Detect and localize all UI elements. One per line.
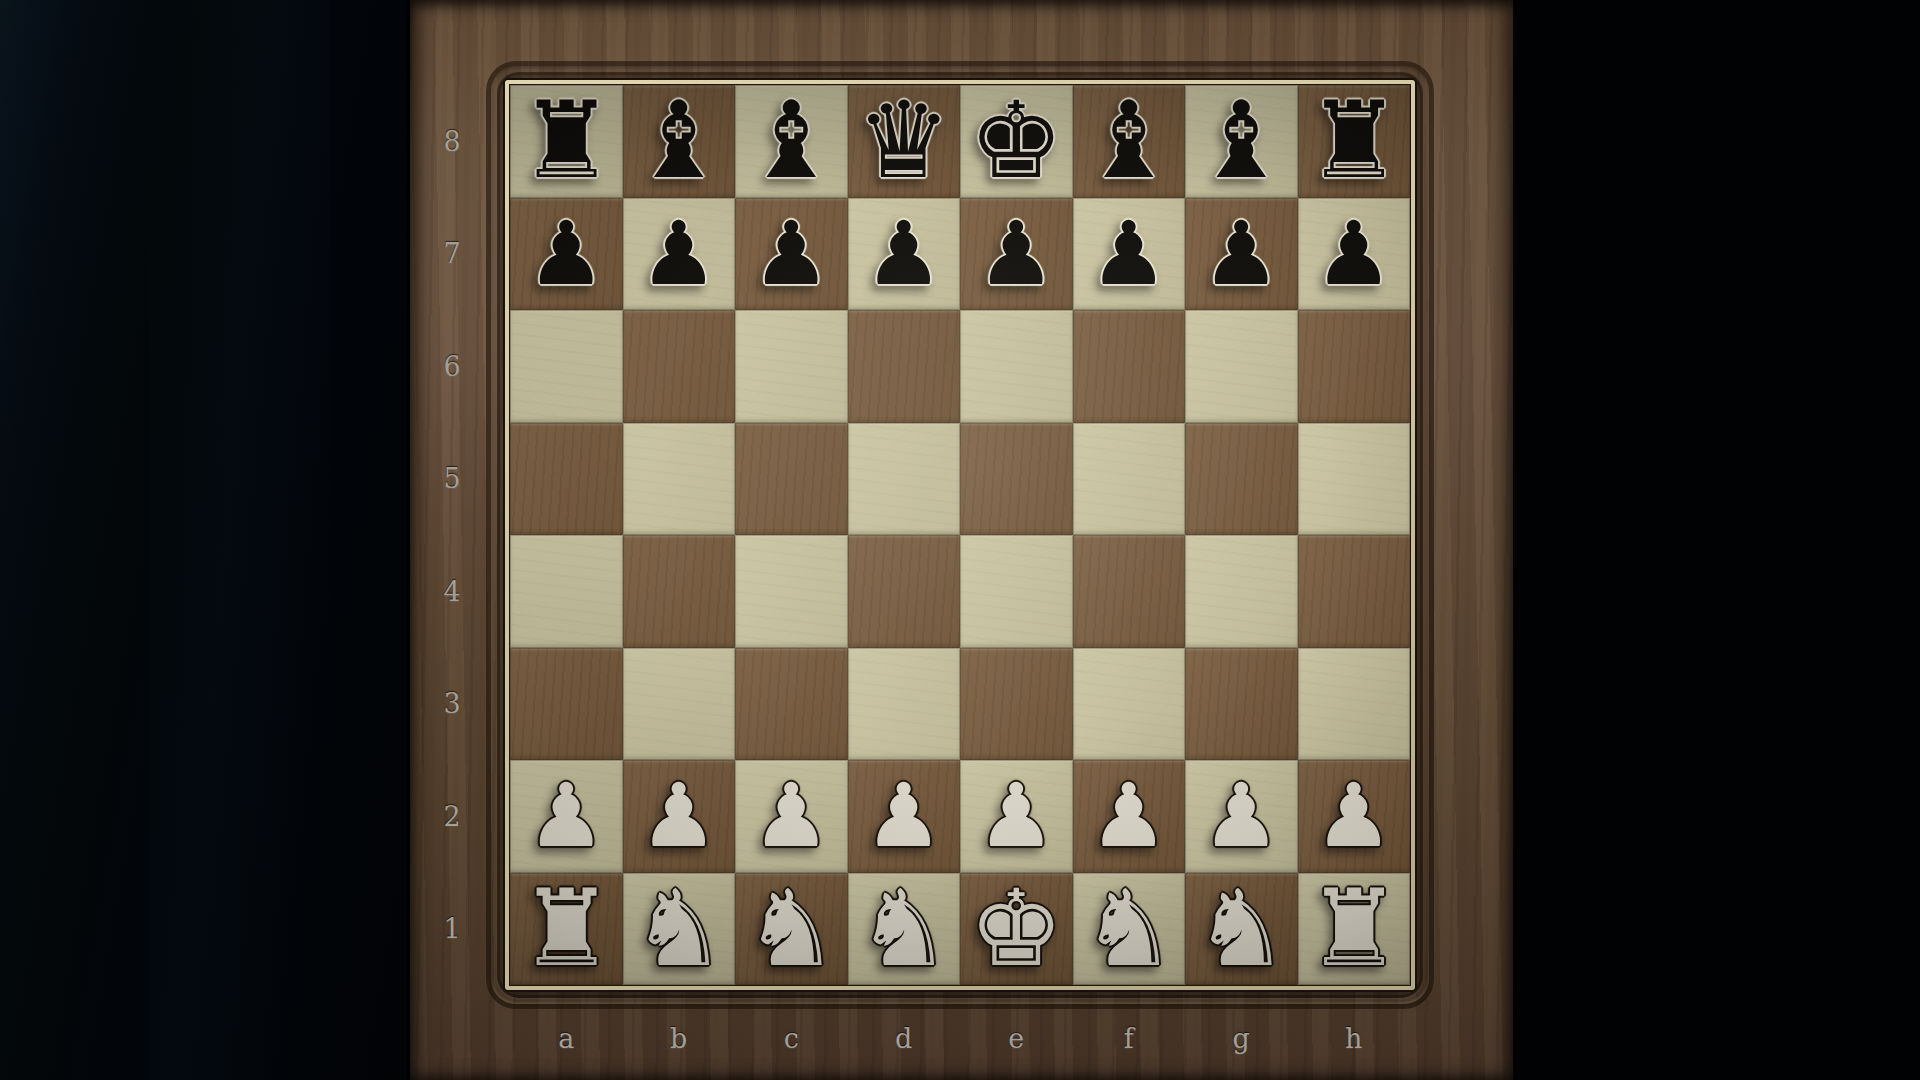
piece-white-pawn[interactable]: ♟ [977,772,1056,860]
piece-black-king[interactable]: ♚ [969,88,1064,194]
rank-label-4: 4 [424,535,480,648]
piece-black-pawn[interactable]: ♟ [977,210,1056,298]
piece-black-queen[interactable]: ♛ [856,88,951,194]
square-h6[interactable] [1298,310,1411,423]
square-g5[interactable] [1185,423,1298,536]
piece-black-pawn[interactable]: ♟ [864,210,943,298]
square-c7[interactable]: ♟ [735,198,848,311]
square-b6[interactable] [623,310,736,423]
square-e4[interactable] [960,535,1073,648]
piece-black-pawn[interactable]: ♟ [1089,210,1168,298]
square-g4[interactable] [1185,535,1298,648]
square-e5[interactable] [960,423,1073,536]
screen: ♜♝♝♛♚♝♝♜♟♟♟♟♟♟♟♟♟♟♟♟♟♟♟♟♜♞♞♞♚♞♞♜ 8765432… [0,0,1920,1080]
frame-right-seam [1513,0,1516,1080]
piece-black-pawn[interactable]: ♟ [527,210,606,298]
square-d6[interactable] [848,310,961,423]
square-f6[interactable] [1073,310,1186,423]
piece-black-bishop[interactable]: ♝ [631,88,726,194]
square-c5[interactable] [735,423,848,536]
piece-white-knight[interactable]: ♞ [1194,876,1289,982]
rank-label-5: 5 [424,423,480,536]
rank-label-8: 8 [424,85,480,198]
square-e1[interactable]: ♚ [960,873,1073,986]
square-f3[interactable] [1073,648,1186,761]
square-e2[interactable]: ♟ [960,760,1073,873]
square-b2[interactable]: ♟ [623,760,736,873]
piece-black-bishop[interactable]: ♝ [1081,88,1176,194]
square-b8[interactable]: ♝ [623,85,736,198]
square-g3[interactable] [1185,648,1298,761]
file-label-g: g [1185,1006,1298,1070]
file-label-d: d [848,1006,961,1070]
square-h8[interactable]: ♜ [1298,85,1411,198]
piece-white-knight[interactable]: ♞ [856,876,951,982]
square-c4[interactable] [735,535,848,648]
square-a1[interactable]: ♜ [510,873,623,986]
square-h2[interactable]: ♟ [1298,760,1411,873]
square-f1[interactable]: ♞ [1073,873,1186,986]
rank-label-7: 7 [424,198,480,311]
square-d8[interactable]: ♛ [848,85,961,198]
rank-label-3: 3 [424,648,480,761]
square-h5[interactable] [1298,423,1411,536]
piece-white-knight[interactable]: ♞ [631,876,726,982]
rank-label-6: 6 [424,310,480,423]
square-a7[interactable]: ♟ [510,198,623,311]
square-f8[interactable]: ♝ [1073,85,1186,198]
piece-white-pawn[interactable]: ♟ [1089,772,1168,860]
square-d1[interactable]: ♞ [848,873,961,986]
file-label-c: c [735,1006,848,1070]
square-f5[interactable] [1073,423,1186,536]
square-b7[interactable]: ♟ [623,198,736,311]
rank-label-2: 2 [424,760,480,873]
square-h1[interactable]: ♜ [1298,873,1411,986]
frame-left-seam [407,0,410,1080]
square-f4[interactable] [1073,535,1186,648]
square-a2[interactable]: ♟ [510,760,623,873]
square-c1[interactable]: ♞ [735,873,848,986]
file-label-f: f [1073,1006,1186,1070]
square-g1[interactable]: ♞ [1185,873,1298,986]
piece-black-bishop[interactable]: ♝ [744,88,839,194]
square-b4[interactable] [623,535,736,648]
square-c8[interactable]: ♝ [735,85,848,198]
piece-white-pawn[interactable]: ♟ [527,772,606,860]
piece-white-pawn[interactable]: ♟ [639,772,718,860]
square-d2[interactable]: ♟ [848,760,961,873]
square-c6[interactable] [735,310,848,423]
square-h4[interactable] [1298,535,1411,648]
piece-white-knight[interactable]: ♞ [1081,876,1176,982]
square-d3[interactable] [848,648,961,761]
piece-white-pawn[interactable]: ♟ [1314,772,1393,860]
file-label-e: e [960,1006,1073,1070]
piece-black-bishop[interactable]: ♝ [1194,88,1289,194]
square-a8[interactable]: ♜ [510,85,623,198]
piece-black-pawn[interactable]: ♟ [639,210,718,298]
square-e6[interactable] [960,310,1073,423]
piece-white-knight[interactable]: ♞ [744,876,839,982]
piece-black-pawn[interactable]: ♟ [1314,210,1393,298]
square-h7[interactable]: ♟ [1298,198,1411,311]
square-g2[interactable]: ♟ [1185,760,1298,873]
piece-white-pawn[interactable]: ♟ [752,772,831,860]
square-g7[interactable]: ♟ [1185,198,1298,311]
piece-black-rook[interactable]: ♜ [1306,88,1401,194]
piece-black-pawn[interactable]: ♟ [752,210,831,298]
square-e8[interactable]: ♚ [960,85,1073,198]
square-d5[interactable] [848,423,961,536]
square-f2[interactable]: ♟ [1073,760,1186,873]
piece-white-pawn[interactable]: ♟ [864,772,943,860]
square-b3[interactable] [623,648,736,761]
square-e7[interactable]: ♟ [960,198,1073,311]
piece-black-pawn[interactable]: ♟ [1202,210,1281,298]
square-a5[interactable] [510,423,623,536]
background-right [1515,0,1920,1080]
background-left [0,0,410,1080]
square-d7[interactable]: ♟ [848,198,961,311]
piece-white-king[interactable]: ♚ [969,876,1064,982]
piece-white-rook[interactable]: ♜ [1306,876,1401,982]
square-b1[interactable]: ♞ [623,873,736,986]
square-f7[interactable]: ♟ [1073,198,1186,311]
piece-white-rook[interactable]: ♜ [519,876,614,982]
square-a3[interactable] [510,648,623,761]
file-label-a: a [510,1006,623,1070]
square-d4[interactable] [848,535,961,648]
piece-black-rook[interactable]: ♜ [519,88,614,194]
square-a4[interactable] [510,535,623,648]
square-e3[interactable] [960,648,1073,761]
file-label-h: h [1298,1006,1411,1070]
square-b5[interactable] [623,423,736,536]
square-g8[interactable]: ♝ [1185,85,1298,198]
rank-label-1: 1 [424,873,480,986]
file-label-b: b [623,1006,736,1070]
square-c2[interactable]: ♟ [735,760,848,873]
square-a6[interactable] [510,310,623,423]
chess-board: ♜♝♝♛♚♝♝♜♟♟♟♟♟♟♟♟♟♟♟♟♟♟♟♟♜♞♞♞♚♞♞♜ [510,85,1410,985]
square-h3[interactable] [1298,648,1411,761]
square-g6[interactable] [1185,310,1298,423]
piece-white-pawn[interactable]: ♟ [1202,772,1281,860]
square-c3[interactable] [735,648,848,761]
